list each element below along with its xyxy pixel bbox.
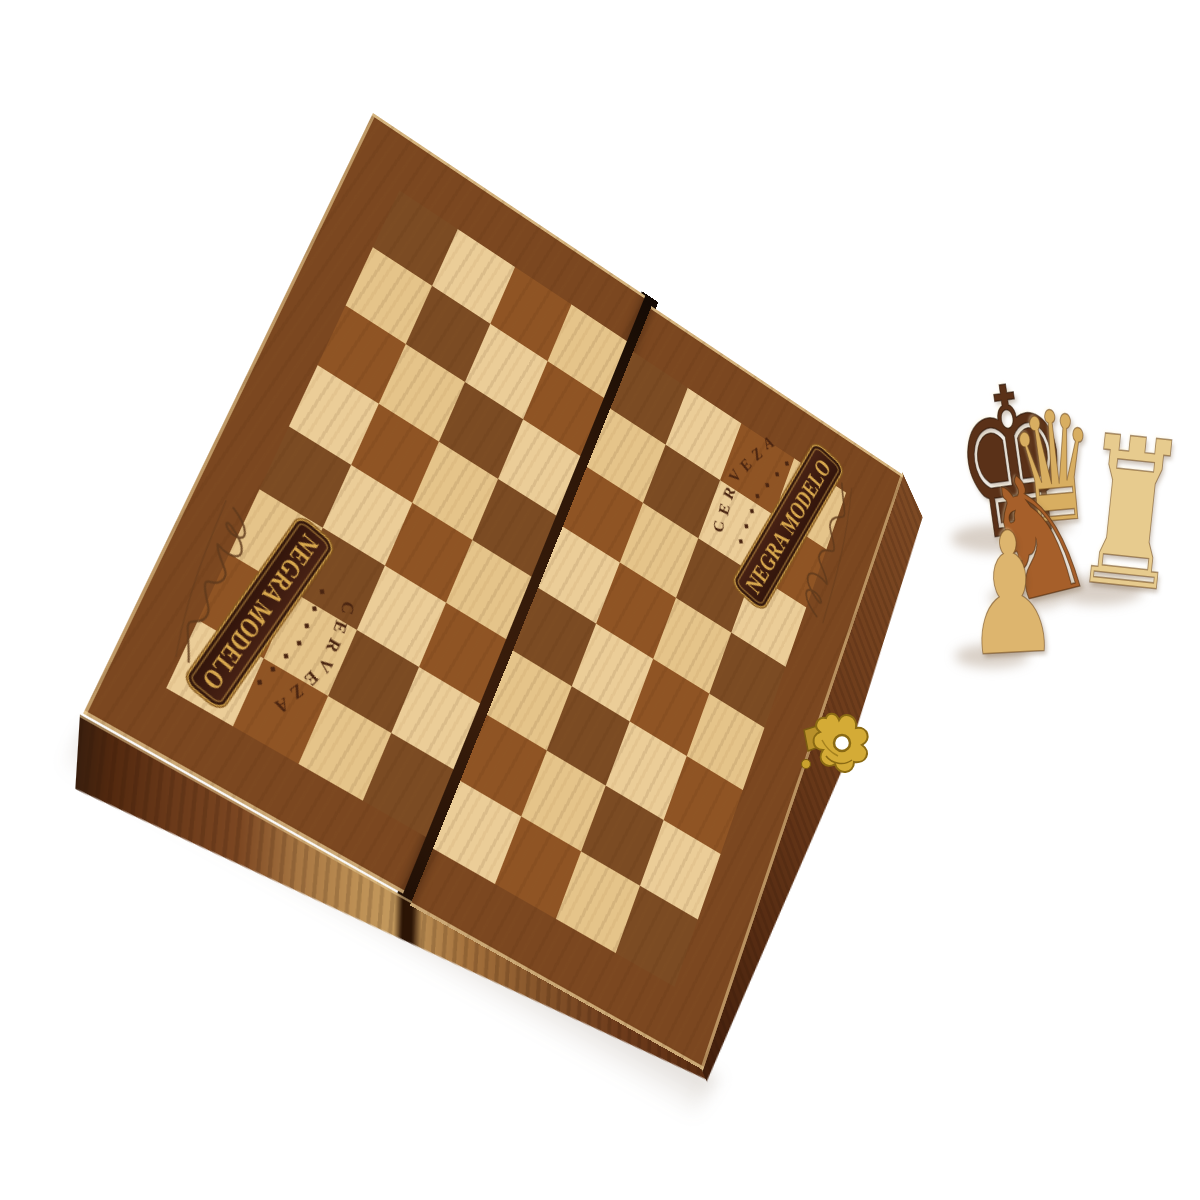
piece-light-pawn: ♟: [960, 508, 1062, 681]
chess-box: CERVEZA NEGRA MODELO CERVEZA NEGRA MODEL…: [80, 113, 905, 1070]
brass-clasp-icon: [794, 690, 880, 804]
